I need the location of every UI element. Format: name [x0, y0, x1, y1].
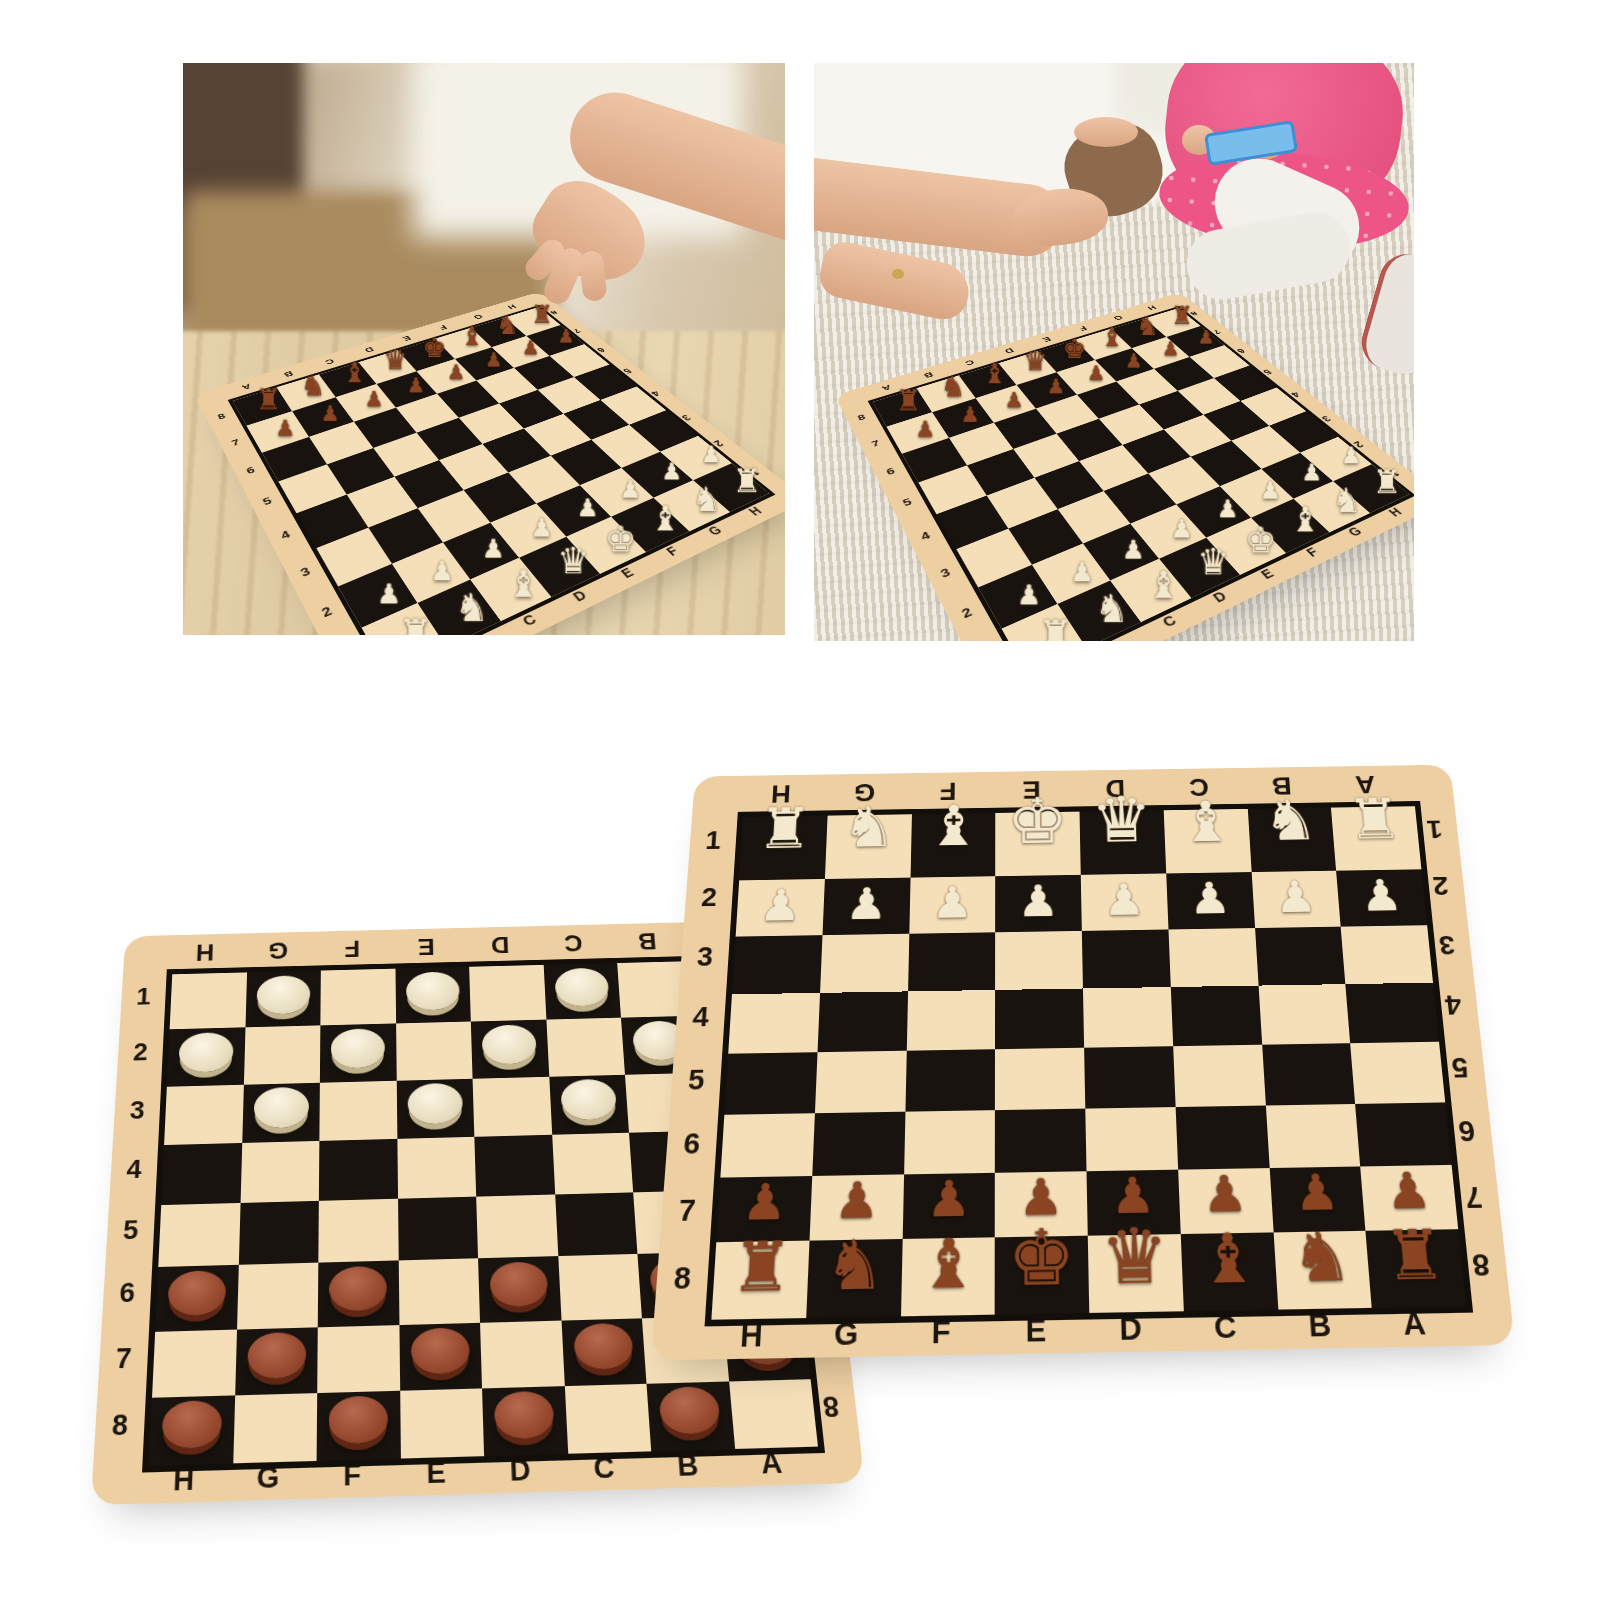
ring — [892, 269, 904, 279]
checkers-disc-white-F2 — [331, 1028, 385, 1069]
product-chess-board-square-B4 — [1258, 984, 1350, 1045]
checkers-disc-white-C3 — [560, 1079, 617, 1121]
product-checkers-board-label-right-8: 8 — [822, 1389, 842, 1423]
product-checkers-board-square-G8 — [233, 1393, 317, 1464]
product-chess-board-square-H4 — [728, 993, 820, 1054]
product-chess-board-label-left-4: 4 — [691, 1002, 709, 1034]
product-chess-board-square-B8: ♞ — [1273, 1231, 1372, 1310]
product-chess-board-piece-brown-R-H8: ♜ — [729, 1232, 793, 1302]
product-chess-board-square-C5 — [1173, 1045, 1265, 1107]
photo-right-board-piece-brown-P-F7: ♟ — [1125, 351, 1143, 371]
photo-left-board-label-right-3: 3 — [679, 413, 694, 423]
product-chess-board-square-E5 — [995, 1048, 1085, 1110]
photo-family-on-rug: ABCDEFGHABCDEFGH8765432187654321♜♞♝♛♚♝♞♜… — [814, 63, 1414, 641]
product-chess-board-square-B6 — [1265, 1104, 1360, 1168]
product-chess-board-label-left-3: 3 — [696, 941, 714, 972]
product-chess-board-square-F2: ♟ — [909, 876, 996, 934]
photo-right-board-label-left-8: 8 — [856, 412, 867, 422]
product-chess-board-piece-white-P-E2: ♟ — [1017, 879, 1059, 923]
product-chess-board-piece-white-K-E1: ♚ — [1007, 789, 1069, 853]
photo-left-board-label-left-8: 8 — [216, 411, 227, 421]
product-checkers-board-square-D8 — [482, 1386, 568, 1456]
photo-right-board-label-top-E: E — [1041, 335, 1053, 343]
product-checkers-board-square-F2 — [320, 1024, 396, 1083]
product-chess-board-square-H6 — [720, 1113, 814, 1177]
product-checkers-board-square-G5 — [238, 1201, 319, 1265]
product-checkers-board-square-H6 — [155, 1265, 238, 1331]
photo-left-board-label-bottom-F: F — [662, 543, 681, 558]
product-chess-board-square-C8: ♝ — [1180, 1232, 1277, 1311]
product-chess-board-square-E1: ♚ — [995, 812, 1080, 877]
photo-right-board-piece-brown-N-B8: ♞ — [940, 373, 965, 401]
photo-left-board-label-left-4: 4 — [278, 528, 292, 542]
product-checkers-board-square-D6 — [478, 1256, 561, 1322]
product-chess-board-piece-brown-P-B7: ♟ — [1293, 1167, 1341, 1217]
product-checkers-board-label-left-5: 5 — [122, 1215, 139, 1246]
product-chess-board-square-A3 — [1341, 925, 1433, 984]
photo-left-board-label-top-C: C — [323, 357, 336, 366]
product-chess-board-piece-white-B-F1: ♝ — [926, 798, 981, 855]
product-chess-board-label-right-3: 3 — [1437, 929, 1456, 960]
photo-right-board-piece-white-N-G1: ♞ — [1332, 484, 1362, 517]
product-chess-board-piece-white-P-D2: ♟ — [1103, 877, 1146, 921]
checkers-disc-brown-F8 — [329, 1396, 389, 1445]
product-chess-board-piece-brown-B-C8: ♝ — [1196, 1224, 1260, 1293]
product-chess-board-piece-white-Q-D1: ♛ — [1090, 788, 1153, 851]
product-checkers-board-square-E4 — [397, 1137, 476, 1199]
photo-left-board-piece-white-N-B1: ♞ — [454, 589, 488, 627]
checkers-disc-brown-B8 — [659, 1386, 722, 1435]
checkers-disc-white-G1 — [256, 975, 310, 1015]
product-chess-board-piece-brown-B-F8: ♝ — [917, 1229, 978, 1298]
product-chess-board-square-E6 — [995, 1109, 1086, 1173]
product-chess-board-square-G4 — [817, 991, 907, 1052]
product-checkers-board-label-left-4: 4 — [126, 1155, 143, 1185]
product-chess-board-square-C3 — [1168, 928, 1258, 987]
photo-left-board-piece-brown-P-E7: ♟ — [446, 363, 464, 383]
photo-left-board-square-B6 — [309, 422, 373, 465]
photo-right-board-piece-white-B-F1: ♝ — [1290, 503, 1321, 537]
photo-right-board-piece-brown-Q-D8: ♛ — [1023, 348, 1047, 375]
checkers-disc-brown-H6 — [168, 1270, 227, 1316]
photo-right-board-label-left-3: 3 — [938, 565, 953, 580]
checkers-disc-white-C1 — [554, 967, 609, 1006]
product-chess-board-square-F8: ♝ — [900, 1237, 995, 1316]
product-checkers-board-square-C7 — [561, 1318, 646, 1386]
photo-right-board-piece-brown-P-B7: ♟ — [961, 404, 980, 425]
product-checkers-board-square-C6 — [558, 1254, 642, 1320]
product-checkers-board-square-E8 — [400, 1388, 484, 1458]
product-chess-board-square-E8: ♚ — [995, 1236, 1089, 1315]
photo-left-board-piece-white-P-H2: ♟ — [701, 444, 722, 467]
photo-left-board-label-left-6: 6 — [244, 465, 256, 477]
product-chess-board-piece-white-R-A1: ♜ — [1345, 791, 1404, 847]
photo-left-board-label-left-2: 2 — [319, 604, 335, 621]
photo-left-board-label-top-H: H — [505, 303, 518, 310]
product-checkers-board-label-left-2: 2 — [132, 1039, 148, 1067]
product-chess-board-square-C1: ♝ — [1163, 809, 1251, 874]
product-checkers-board-square-G2 — [243, 1026, 320, 1085]
product-checkers-board-square-C1 — [543, 963, 621, 1020]
photo-left-board-piece-brown-P-B7: ♟ — [321, 403, 340, 424]
product-checkers-board-square-C8 — [564, 1384, 651, 1454]
product-checkers-board-square-C4 — [552, 1132, 633, 1194]
photo-right-board-label-top-F: F — [1077, 325, 1089, 332]
photo-right-board-piece-white-K-E1: ♚ — [1245, 523, 1277, 558]
product-chess-board-square-G3 — [820, 934, 909, 993]
product-chess-board-piece-white-P-A2: ♟ — [1359, 873, 1404, 917]
photo-right-board-piece-brown-P-H7: ♟ — [1197, 328, 1214, 347]
product-chess-board-square-D3 — [1082, 929, 1171, 988]
product-checkers-board-square-D4 — [474, 1135, 554, 1197]
product-chess-board-piece-brown-N-G8: ♞ — [823, 1231, 886, 1300]
photo-left-board-piece-brown-B-C8: ♝ — [343, 359, 368, 387]
product-chess-board-label-right-6: 6 — [1457, 1114, 1477, 1147]
photo-right-board-piece-brown-P-A7: ♟ — [915, 419, 935, 441]
product-chess-board-square-A5 — [1350, 1042, 1445, 1104]
product-chess-board-piece-white-P-F2: ♟ — [931, 880, 973, 924]
photo-left-board-piece-brown-N-B8: ♞ — [300, 372, 325, 400]
product-chess-board-piece-white-N-B1: ♞ — [1261, 792, 1319, 848]
product-chess-board-square-G5 — [815, 1051, 907, 1114]
product-chess-board-square-G1: ♞ — [825, 814, 912, 879]
product-chess-board-square-D5 — [1084, 1046, 1175, 1108]
product-chess-board-square-G6 — [812, 1112, 905, 1176]
product-checkers-board-square-H5 — [158, 1203, 240, 1267]
photo-left-board-piece-brown-P-G7: ♟ — [522, 338, 539, 357]
product-chess-board-square-A6 — [1355, 1102, 1451, 1166]
product-chess-board-square-H3 — [732, 935, 822, 994]
product-checkers-board-square-C2 — [546, 1018, 625, 1076]
product-checkers-board-square-G4 — [240, 1141, 319, 1203]
product-checkers-board-square-A8 — [729, 1379, 818, 1449]
product-chess-board-square-H5 — [724, 1052, 817, 1115]
product-chess-board-piece-white-N-G1: ♞ — [841, 799, 897, 856]
product-chess-board-piece-brown-K-E8: ♚ — [1008, 1219, 1076, 1297]
photo-right-board-label-left-4: 4 — [918, 529, 932, 543]
product-checkers-board-square-G1 — [245, 971, 321, 1028]
product-chess-board-label-right-4: 4 — [1443, 989, 1462, 1021]
product-chess-board-square-D6 — [1085, 1107, 1178, 1171]
product-chess-board-piece-white-P-C2: ♟ — [1188, 876, 1232, 920]
product-checkers-board-square-H1 — [170, 972, 247, 1029]
product-chess-board-square-E3 — [995, 931, 1083, 990]
product-chess-board-piece-brown-P-A7: ♟ — [1384, 1165, 1433, 1215]
photo-left-board-piece-brown-B-F8: ♝ — [460, 323, 483, 349]
product-chess-board-square-C2: ♟ — [1166, 872, 1255, 929]
product-chess-board: HGFEDCBAHGFEDCBA1234567812345678♜♞♝♚♛♝♞♜… — [651, 765, 1515, 1361]
photo-right-board-piece-white-R-A1: ♜ — [1038, 615, 1073, 641]
photo-hand-over-chessboard: ABCDEFGHABCDEFGH8765432187654321♜♞♝♛♚♝♞♜… — [183, 63, 785, 635]
photo-left-board-piece-white-K-E1: ♚ — [605, 522, 637, 557]
product-chess-board-square-F3 — [908, 932, 996, 991]
photo-left-board-label-left-5: 5 — [261, 495, 274, 508]
product-checkers-board-square-B8 — [646, 1381, 734, 1451]
product-checkers-board-square-H3 — [164, 1084, 243, 1145]
product-checkers-board-label-top-B: B — [637, 927, 657, 954]
checkers-disc-white-E1 — [406, 971, 460, 1011]
product-chess-board-square-D8: ♛ — [1088, 1234, 1184, 1313]
product-chess-board-piece-brown-P-C7: ♟ — [1201, 1168, 1248, 1218]
product-checkers-board-square-F5 — [318, 1199, 398, 1263]
photo-left-board-square-F4 — [524, 414, 591, 456]
product-chess-board-square-E2: ♟ — [995, 875, 1081, 932]
checkers-disc-white-G3 — [253, 1087, 309, 1129]
product-checkers-board-square-E5 — [398, 1197, 479, 1261]
photo-right-board-piece-white-P-A2: ♟ — [1016, 582, 1041, 610]
product-chess-board-square-H2: ♟ — [736, 879, 825, 937]
product-chess-board-square-A2: ♟ — [1336, 869, 1427, 926]
photo-left-board-label-top-D: D — [363, 345, 376, 353]
product-chess-board-piece-white-P-B2: ♟ — [1273, 875, 1318, 919]
photo-left-board-piece-white-P-F2: ♟ — [620, 478, 642, 502]
product-chess-board-label-right-7: 7 — [1463, 1180, 1483, 1215]
product-chess-board-square-F1: ♝ — [910, 813, 995, 878]
product-checkers-board-square-E6 — [398, 1258, 480, 1324]
photo-left-board-piece-brown-Q-D8: ♛ — [383, 347, 407, 374]
photo-left-board-piece-white-P-B2: ♟ — [431, 558, 455, 585]
checkers-disc-brown-H8 — [162, 1400, 223, 1449]
photo-right-board-piece-brown-P-C7: ♟ — [1004, 390, 1023, 411]
photo-left-board-piece-brown-R-H8: ♜ — [531, 302, 553, 327]
photo-right-board-square-D4 — [1079, 445, 1148, 491]
product-chess-board-piece-white-P-G2: ♟ — [845, 882, 888, 926]
product-chess-board-square-H8: ♜ — [711, 1241, 809, 1320]
product-chess-board-square-D2: ♟ — [1081, 873, 1169, 930]
product-chess-board-label-left-2: 2 — [700, 883, 718, 913]
photo-left-board-label-top-F: F — [437, 324, 449, 331]
product-checkers-board-label-left-8: 8 — [111, 1409, 129, 1443]
product-chess-board-piece-white-B-C1: ♝ — [1178, 794, 1235, 851]
photo-left-board-label-left-7: 7 — [230, 437, 242, 448]
product-chess-board-square-C6 — [1175, 1106, 1269, 1170]
photo-right-board-piece-white-P-D2: ♟ — [1170, 517, 1193, 542]
product-checkers-board-square-F6 — [318, 1261, 399, 1327]
product-chess-board-piece-brown-Q-D8: ♛ — [1100, 1217, 1170, 1295]
photo-left-board-piece-white-P-D2: ♟ — [530, 516, 553, 541]
product-chess-board-square-D4 — [1083, 987, 1173, 1048]
photo-left-board-piece-brown-N-G8: ♞ — [496, 313, 519, 338]
product-chess-board-square-H1: ♜ — [739, 816, 827, 881]
photo-left-board-piece-white-P-E2: ♟ — [576, 497, 598, 522]
product-checkers-board-square-C3 — [549, 1074, 629, 1134]
product-chess-board-piece-brown-P-G7: ♟ — [834, 1175, 880, 1226]
photo-right-board-label-left-7: 7 — [870, 438, 882, 449]
photo-left-board-piece-white-P-G2: ♟ — [661, 460, 682, 483]
product-chess-board-label-left-8: 8 — [672, 1261, 692, 1297]
photo-right-board-piece-brown-P-D7: ♟ — [1046, 376, 1064, 397]
product-checkers-board-label-top-G: G — [268, 936, 288, 963]
photo-right-board-label-top-B: B — [922, 370, 935, 379]
photo-left-board-piece-brown-P-C7: ♟ — [364, 389, 383, 410]
photo-left-board-label-left-3: 3 — [298, 564, 313, 579]
checkers-disc-brown-C7 — [573, 1323, 634, 1370]
photo-left-board-piece-white-B-C1: ♝ — [507, 565, 540, 602]
photo-left-board-piece-white-P-A2: ♟ — [376, 581, 401, 609]
product-checkers-board-square-H7 — [152, 1329, 237, 1397]
checkers-disc-brown-G7 — [247, 1332, 306, 1379]
product-checkers-board-label-left-1: 1 — [136, 984, 152, 1011]
photo-right-board-label-top-G: G — [1111, 314, 1124, 322]
product-chess-board-label-left-5: 5 — [687, 1064, 706, 1097]
photo-right-board-piece-white-P-C2: ♟ — [1122, 538, 1145, 564]
product-checkers-board-square-E7 — [399, 1322, 482, 1390]
product-chess-board-square-F5 — [905, 1049, 995, 1111]
photo-left-board-piece-white-R-H1: ♜ — [733, 465, 762, 498]
product-chess-board-square-A8: ♜ — [1366, 1229, 1466, 1308]
product-chess-board-label-right-8: 8 — [1470, 1247, 1491, 1283]
photo-left-board-piece-white-N-G1: ♞ — [692, 483, 722, 516]
checkers-disc-brown-D6 — [490, 1261, 549, 1307]
photo-right-board-label-left-2: 2 — [959, 605, 975, 622]
product-chess-board-square-B3 — [1255, 927, 1346, 986]
checkers-disc-white-E3 — [407, 1083, 463, 1125]
product-chess-board-square-E4 — [995, 988, 1084, 1049]
photo-right-board-label-left-5: 5 — [901, 496, 914, 509]
product-checkers-board-square-D2 — [471, 1020, 549, 1079]
photo-right-board-piece-brown-R-H8: ♜ — [1171, 303, 1193, 328]
product-checkers-board-square-H4 — [161, 1143, 242, 1205]
product-checkers-board-label-left-7: 7 — [115, 1342, 132, 1375]
product-chess-board-square-A1: ♜ — [1331, 806, 1421, 870]
product-checkers-board-label-left-3: 3 — [129, 1096, 145, 1125]
product-checkers-board-square-E3 — [396, 1078, 474, 1138]
photo-right-board-label-top-H: H — [1145, 304, 1158, 311]
photo-left-board-piece-brown-K-E8: ♚ — [423, 335, 447, 361]
photo-right-board-piece-white-P-H2: ♟ — [1341, 445, 1362, 468]
photo-right-board-piece-brown-P-E7: ♟ — [1086, 364, 1104, 384]
product-chess-board-square-B1: ♞ — [1247, 808, 1336, 872]
product-checkers-board-square-H8 — [149, 1395, 235, 1466]
product-chess-board-square-B2: ♟ — [1251, 871, 1341, 928]
product-checkers-board-square-G3 — [242, 1082, 320, 1142]
product-checkers-board-square-D3 — [473, 1076, 552, 1136]
photo-right-board-label-top-A: A — [880, 383, 893, 393]
product-chess-board-square-F6 — [904, 1110, 996, 1174]
product-chess-board-piece-white-R-H1: ♜ — [756, 800, 814, 857]
product-checkers-board-label-top-E: E — [417, 932, 434, 959]
checkers-disc-brown-E7 — [411, 1327, 470, 1374]
product-chess-board-label-right-2: 2 — [1431, 871, 1450, 901]
product-checkers-board-square-H2 — [167, 1028, 245, 1087]
checkers-disc-brown-D8 — [494, 1391, 555, 1440]
product-checkers-board-square-D5 — [476, 1195, 558, 1259]
product-checkers-board-label-top-C: C — [563, 929, 583, 956]
photo-left-board-piece-brown-P-H7: ♟ — [557, 327, 574, 346]
photo-right-board-label-top-C: C — [963, 358, 976, 367]
photo-right-board-piece-white-Q-D1: ♛ — [1197, 544, 1229, 580]
photo-left-board-piece-white-P-C2: ♟ — [482, 537, 505, 563]
product-chess-board-square-G2: ♟ — [822, 878, 910, 936]
product-chess-board-piece-brown-R-A8: ♜ — [1381, 1221, 1447, 1290]
product-checkers-board-label-left-6: 6 — [119, 1278, 136, 1310]
photo-right-board-piece-white-B-C1: ♝ — [1147, 566, 1180, 603]
product-chess-board-label-left-6: 6 — [682, 1127, 701, 1161]
product-checkers-board-square-G6 — [237, 1263, 319, 1329]
photo-right-board-label-left-6: 6 — [884, 466, 896, 478]
photo-left-board-piece-brown-P-F7: ♟ — [485, 350, 503, 370]
product-chess-board-square-G8: ♞ — [806, 1239, 902, 1318]
product-checkers-board-square-D7 — [480, 1320, 564, 1388]
product-checkers-board-label-top-D: D — [490, 931, 509, 958]
product-chess-board-square-B5 — [1262, 1043, 1356, 1105]
product-chess-board-label-left-1: 1 — [704, 826, 721, 855]
product-chess-board-label-right-1: 1 — [1425, 814, 1443, 843]
photo-left-board-piece-white-Q-D1: ♛ — [557, 543, 589, 579]
product-checkers-board-label-top-F: F — [344, 934, 360, 961]
photo-right-board-label-bottom-F: F — [1302, 544, 1321, 559]
product-checkers-board-square-F8 — [317, 1390, 401, 1460]
child-toes — [1074, 117, 1138, 147]
photo-right-board-label-top-D: D — [1003, 346, 1016, 354]
product-checkers-board-square-F4 — [319, 1139, 398, 1201]
photo-right-board-piece-brown-K-E8: ♚ — [1063, 336, 1087, 362]
checkers-disc-white-H2 — [178, 1032, 234, 1073]
checkers-disc-brown-F6 — [329, 1266, 387, 1312]
product-chess-board-piece-white-P-H2: ♟ — [758, 883, 802, 927]
photo-right-board-label-right-3: 3 — [1319, 414, 1334, 424]
product-checkers-board-square-F3 — [319, 1080, 397, 1140]
product-chess-board-piece-brown-N-B8: ♞ — [1289, 1223, 1354, 1292]
product-chess-board-piece-brown-P-F7: ♟ — [926, 1173, 971, 1224]
photo-left-board-piece-brown-R-A8: ♜ — [255, 385, 281, 414]
photo-left-board-piece-brown-P-D7: ♟ — [406, 375, 424, 396]
product-checkers-board-square-D1 — [469, 965, 546, 1022]
photo-right-board-piece-brown-B-C8: ♝ — [983, 360, 1008, 388]
product-chess-board-square-A4 — [1346, 983, 1439, 1044]
product-checkers-board-square-E2 — [396, 1022, 473, 1081]
photo-right-board-square-F4 — [1164, 415, 1231, 457]
photo-left-board-label-top-B: B — [282, 369, 295, 378]
photo-left-board-piece-brown-P-A7: ♟ — [275, 418, 295, 440]
product-checkers-board-square-C5 — [555, 1192, 638, 1256]
product-chess-board-label-left-7: 7 — [677, 1193, 696, 1228]
photo-right-board-piece-white-N-B1: ♞ — [1094, 590, 1128, 628]
product-chess-board-grid: ♜♞♝♚♛♝♞♜♟♟♟♟♟♟♟♟♟♟♟♟♟♟♟♟♜♞♝♚♛♝♞♜ — [705, 801, 1474, 1326]
product-checkers-board-label-top-H: H — [195, 938, 214, 965]
photo-right-board-piece-white-P-B2: ♟ — [1071, 559, 1095, 586]
photo-left-board-label-top-G: G — [471, 313, 484, 321]
photo-left-board-label-top-E: E — [401, 334, 413, 342]
photo-right-board-piece-brown-B-F8: ♝ — [1100, 324, 1123, 350]
photo-right-board-piece-brown-N-G8: ♞ — [1136, 314, 1159, 339]
photo-right-board-piece-brown-P-G7: ♟ — [1162, 339, 1179, 358]
photo-left-board-label-top-A: A — [240, 382, 253, 392]
photo-right-board-piece-white-P-F2: ♟ — [1260, 479, 1282, 503]
product-chess-board-square-F4 — [906, 990, 995, 1051]
photo-right-board-piece-brown-R-A8: ♜ — [895, 386, 921, 415]
photo-right-board-piece-white-P-E2: ♟ — [1216, 498, 1238, 523]
product-chess-board-label-right-5: 5 — [1450, 1051, 1470, 1084]
photo-right-board-piece-white-R-H1: ♜ — [1373, 466, 1402, 499]
product-chess-board-square-D1: ♛ — [1080, 810, 1166, 875]
product-chess-board-square-C4 — [1171, 986, 1262, 1047]
product-checkers-board-square-G7 — [235, 1327, 318, 1395]
photo-left-board-piece-white-B-F1: ♝ — [650, 502, 681, 536]
product-checkers-board-square-F7 — [317, 1325, 399, 1393]
product-checkers-board-square-F1 — [320, 969, 395, 1026]
checkers-disc-white-D2 — [482, 1024, 538, 1065]
photo-left-board-piece-white-R-A1: ♜ — [398, 614, 433, 635]
product-chess-board-piece-brown-P-H7: ♟ — [741, 1176, 788, 1227]
photo-right-board-square-C6 — [993, 408, 1056, 449]
photo-right-board-piece-white-P-G2: ♟ — [1301, 461, 1322, 484]
product-checkers-board-square-E1 — [395, 967, 471, 1024]
